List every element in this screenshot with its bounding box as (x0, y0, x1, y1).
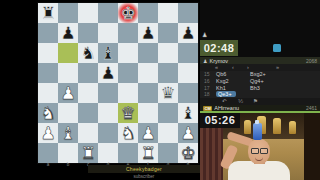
square-b5[interactable] (58, 63, 78, 83)
square-f3[interactable] (138, 103, 158, 123)
square-c8[interactable] (78, 3, 98, 23)
title-badge: CM (203, 106, 212, 111)
square-g6[interactable] (158, 43, 178, 63)
piece-black-rook: ♜ (38, 3, 58, 23)
square-h4[interactable] (178, 83, 198, 103)
square-e1[interactable] (118, 143, 138, 163)
move-number: 16 (200, 78, 216, 84)
draw-offer-icon[interactable]: ½ (238, 98, 243, 105)
square-c2[interactable] (78, 123, 98, 143)
square-a5[interactable] (38, 63, 58, 83)
piece-white-pawn: ♟ (178, 123, 198, 143)
move-black[interactable]: Qg4+ (250, 78, 284, 84)
square-h8[interactable] (178, 3, 198, 23)
square-h5[interactable] (178, 63, 198, 83)
square-c5[interactable] (78, 63, 98, 83)
next-move-icon[interactable]: › (247, 64, 249, 71)
square-f2[interactable]: ♟ (138, 123, 158, 143)
captured-pawn-icon: ♟ (202, 31, 207, 38)
piece-black-knight: ♞ (78, 43, 98, 63)
square-a1[interactable] (38, 143, 58, 163)
top-player-name[interactable]: Krymov (209, 58, 228, 64)
piece-white-pawn: ♟ (138, 123, 158, 143)
square-e7[interactable] (118, 23, 138, 43)
square-c7[interactable] (78, 23, 98, 43)
square-g1[interactable] (158, 143, 178, 163)
piece-black-pawn: ♟ (138, 23, 158, 43)
piece-white-knight: ♞ (38, 103, 58, 123)
piece-black-pawn: ♟ (58, 23, 78, 43)
square-g2[interactable] (158, 123, 178, 143)
move-black[interactable]: Bxg2+ (250, 71, 284, 77)
square-e6[interactable] (118, 43, 138, 63)
square-a3[interactable]: ♞ (38, 103, 58, 123)
square-f5[interactable] (138, 63, 158, 83)
file-label: a (38, 162, 58, 167)
piece-white-pawn: ♟ (38, 123, 58, 143)
player-pawn-icon: ♟ (203, 58, 207, 64)
square-c4[interactable] (78, 83, 98, 103)
move-nav-toolbar: «‹›» (200, 64, 320, 71)
square-b6[interactable] (58, 43, 78, 63)
trophy-icon (273, 118, 281, 134)
webcam-video: 05:26 (200, 113, 320, 180)
square-f8[interactable] (138, 3, 158, 23)
glasses-icon (251, 148, 259, 154)
move-list: 15Qb6Bxg2+16Kxg2Qg4+17Kh1Bh318Qe3+ (200, 71, 320, 98)
square-b1[interactable] (58, 143, 78, 163)
square-g5[interactable] (158, 63, 178, 83)
top-player-row: ♟ Krymov 2068 (200, 57, 320, 64)
square-a7[interactable] (38, 23, 58, 43)
square-h1[interactable]: ♚ (178, 143, 198, 163)
square-h7[interactable]: ♟ (178, 23, 198, 43)
move-white[interactable]: Kh1 (216, 85, 250, 91)
top-clock: 02:48 (200, 40, 238, 56)
square-b8[interactable] (58, 3, 78, 23)
trophy-icon (289, 121, 296, 134)
piece-black-pawn: ♟ (98, 63, 118, 83)
move-row: 17Kh1Bh3 (200, 84, 320, 91)
piece-white-knight: ♞ (118, 123, 138, 143)
square-e4[interactable] (118, 83, 138, 103)
square-d4[interactable] (98, 83, 118, 103)
stream-frame: ♜♚♟♟♟♞♝♟♟♛♞♛♝♟♝♞♟♟♜♜♚ abcdefgh Cheekybad… (0, 0, 320, 180)
move-row: 16Kxg2Qg4+ (200, 78, 320, 85)
piece-black-bishop: ♝ (98, 43, 118, 63)
move-white[interactable]: Kxg2 (216, 78, 250, 84)
prev-move-icon[interactable]: ‹ (232, 64, 234, 71)
piece-black-pawn: ♟ (178, 23, 198, 43)
piece-black-bishop: ♝ (178, 103, 198, 123)
square-b7[interactable]: ♟ (58, 23, 78, 43)
move-white[interactable]: Qe3+ (216, 91, 236, 97)
square-c3[interactable] (78, 103, 98, 123)
square-g7[interactable] (158, 23, 178, 43)
square-b3[interactable] (58, 103, 78, 123)
square-a4[interactable] (38, 83, 58, 103)
move-row: 15Qb6Bxg2+ (200, 71, 320, 78)
badge-icon[interactable] (273, 44, 281, 52)
resign-flag-icon[interactable]: ⚑ (253, 98, 258, 105)
square-b4[interactable]: ♟ (58, 83, 78, 103)
square-c1[interactable]: ♜ (78, 143, 98, 163)
square-g8[interactable] (158, 3, 178, 23)
square-a8[interactable]: ♜ (38, 3, 58, 23)
takeback-icon[interactable]: ↶ (222, 98, 227, 105)
move-number: 17 (200, 85, 216, 91)
square-e3[interactable]: ♛ (118, 103, 138, 123)
piece-black-queen: ♛ (158, 83, 178, 103)
square-g4[interactable]: ♛ (158, 83, 178, 103)
chess-board: ♜♚♟♟♟♞♝♟♟♛♞♛♝♟♝♞♟♟♜♜♚ (38, 3, 198, 163)
move-number: 15 (200, 71, 216, 77)
square-d2[interactable] (98, 123, 118, 143)
bottom-clock: 05:26 (200, 113, 240, 128)
jump-end-icon[interactable]: » (276, 64, 279, 71)
game-panel: ♟ 02:48 ♟ Krymov 2068 «‹›» 15Qb6Bxg2+16K… (200, 0, 320, 180)
square-h6[interactable] (178, 43, 198, 63)
piece-white-rook: ♜ (138, 143, 158, 163)
square-d8[interactable] (98, 3, 118, 23)
move-white[interactable]: Qb6 (216, 71, 250, 77)
overlay-line2: subscriber (88, 174, 200, 179)
square-d1[interactable] (98, 143, 118, 163)
water-bottle-icon (253, 123, 262, 140)
trophy-icon (244, 120, 251, 134)
square-e5[interactable] (118, 63, 138, 83)
overlay-line1: Cheekybadger (126, 166, 162, 172)
jump-start-icon[interactable]: « (215, 64, 218, 71)
square-f1[interactable]: ♜ (138, 143, 158, 163)
move-black[interactable]: Bh3 (250, 85, 284, 91)
square-g3[interactable] (158, 103, 178, 123)
move-number: 18 (200, 91, 216, 97)
piece-white-pawn: ♟ (58, 83, 78, 103)
square-a6[interactable] (38, 43, 58, 63)
square-f6[interactable] (138, 43, 158, 63)
cabinet (304, 113, 320, 180)
square-d6[interactable]: ♝ (98, 43, 118, 63)
square-h3[interactable]: ♝ (178, 103, 198, 123)
piece-white-bishop: ♝ (58, 123, 78, 143)
square-c6[interactable]: ♞ (78, 43, 98, 63)
game-controls: ↶½⚑ (200, 98, 320, 105)
file-label: b (58, 162, 78, 167)
square-b2[interactable]: ♝ (58, 123, 78, 143)
square-f7[interactable]: ♟ (138, 23, 158, 43)
move-row: 18Qe3+ (200, 91, 320, 98)
square-d3[interactable] (98, 103, 118, 123)
stream-overlay-bar: Cheekybadger (88, 165, 200, 173)
square-h2[interactable]: ♟ (178, 123, 198, 143)
square-f4[interactable] (138, 83, 158, 103)
glasses-icon (260, 148, 268, 154)
square-e2[interactable]: ♞ (118, 123, 138, 143)
square-e8[interactable]: ♚ (118, 3, 138, 23)
piece-white-rook: ♜ (78, 143, 98, 163)
piece-white-queen: ♛ (118, 103, 138, 123)
square-a2[interactable]: ♟ (38, 123, 58, 143)
piece-black-king: ♚ (118, 3, 138, 23)
square-d7[interactable] (98, 23, 118, 43)
square-d5[interactable]: ♟ (98, 63, 118, 83)
top-player-rating: 2068 (306, 58, 317, 64)
piece-white-king: ♚ (178, 143, 198, 163)
